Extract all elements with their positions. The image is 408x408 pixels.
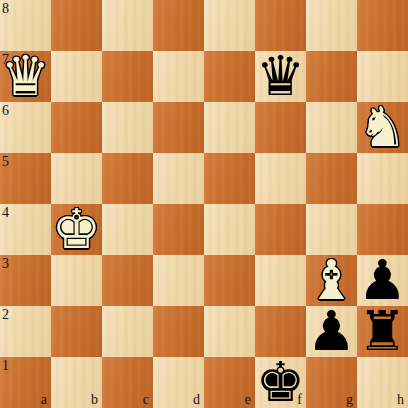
black-pawn-g2[interactable]: ♟ [306, 306, 357, 357]
square-f5[interactable] [255, 153, 306, 204]
square-a4[interactable]: 4 [0, 204, 51, 255]
rank-label-7: 7 [2, 53, 9, 67]
file-label-e: e [245, 393, 251, 407]
square-b8[interactable] [51, 0, 102, 51]
square-f1[interactable]: f♚ [255, 357, 306, 408]
square-h2[interactable]: ♜ [357, 306, 408, 357]
square-g1[interactable]: g [306, 357, 357, 408]
file-label-c: c [143, 393, 149, 407]
rank-label-1: 1 [2, 359, 9, 373]
file-label-b: b [91, 393, 98, 407]
square-e6[interactable] [204, 102, 255, 153]
square-a7[interactable]: 7♛ [0, 51, 51, 102]
square-f4[interactable] [255, 204, 306, 255]
square-c2[interactable] [102, 306, 153, 357]
square-d5[interactable] [153, 153, 204, 204]
square-d2[interactable] [153, 306, 204, 357]
square-e7[interactable] [204, 51, 255, 102]
file-label-d: d [193, 393, 200, 407]
square-d8[interactable] [153, 0, 204, 51]
square-h5[interactable] [357, 153, 408, 204]
square-c8[interactable] [102, 0, 153, 51]
square-h6[interactable]: ♞ [357, 102, 408, 153]
square-c6[interactable] [102, 102, 153, 153]
square-g5[interactable] [306, 153, 357, 204]
rank-label-5: 5 [2, 155, 9, 169]
square-e3[interactable] [204, 255, 255, 306]
square-e2[interactable] [204, 306, 255, 357]
file-label-h: h [397, 393, 404, 407]
square-c7[interactable] [102, 51, 153, 102]
rank-label-2: 2 [2, 308, 9, 322]
square-a5[interactable]: 5 [0, 153, 51, 204]
square-a6[interactable]: 6 [0, 102, 51, 153]
square-d3[interactable] [153, 255, 204, 306]
rank-label-6: 6 [2, 104, 9, 118]
square-g8[interactable] [306, 0, 357, 51]
square-c5[interactable] [102, 153, 153, 204]
square-a2[interactable]: 2 [0, 306, 51, 357]
rank-label-8: 8 [2, 2, 9, 16]
square-e5[interactable] [204, 153, 255, 204]
rank-label-3: 3 [2, 257, 9, 271]
square-h1[interactable]: h [357, 357, 408, 408]
square-e4[interactable] [204, 204, 255, 255]
square-b2[interactable] [51, 306, 102, 357]
square-d4[interactable] [153, 204, 204, 255]
square-b4[interactable]: ♚ [51, 204, 102, 255]
square-b7[interactable] [51, 51, 102, 102]
black-queen-f7[interactable]: ♛ [255, 51, 306, 102]
file-label-a: a [41, 393, 47, 407]
square-h8[interactable] [357, 0, 408, 51]
square-d7[interactable] [153, 51, 204, 102]
square-d6[interactable] [153, 102, 204, 153]
white-knight-h6[interactable]: ♞ [357, 102, 408, 153]
square-b6[interactable] [51, 102, 102, 153]
square-f6[interactable] [255, 102, 306, 153]
square-c1[interactable]: c [102, 357, 153, 408]
square-c3[interactable] [102, 255, 153, 306]
square-g6[interactable] [306, 102, 357, 153]
square-g2[interactable]: ♟ [306, 306, 357, 357]
chess-board: 87♛♛6♞54♚3♝♟2♟♜1abcdef♚gh [0, 0, 408, 408]
square-e8[interactable] [204, 0, 255, 51]
square-a1[interactable]: 1a [0, 357, 51, 408]
file-label-f: f [297, 393, 302, 407]
square-f7[interactable]: ♛ [255, 51, 306, 102]
file-label-g: g [346, 393, 353, 407]
square-g7[interactable] [306, 51, 357, 102]
square-c4[interactable] [102, 204, 153, 255]
square-b1[interactable]: b [51, 357, 102, 408]
square-a3[interactable]: 3 [0, 255, 51, 306]
black-rook-h2[interactable]: ♜ [357, 306, 408, 357]
square-f3[interactable] [255, 255, 306, 306]
white-king-b4[interactable]: ♚ [51, 204, 102, 255]
square-d1[interactable]: d [153, 357, 204, 408]
rank-label-4: 4 [2, 206, 9, 220]
square-b3[interactable] [51, 255, 102, 306]
square-e1[interactable]: e [204, 357, 255, 408]
